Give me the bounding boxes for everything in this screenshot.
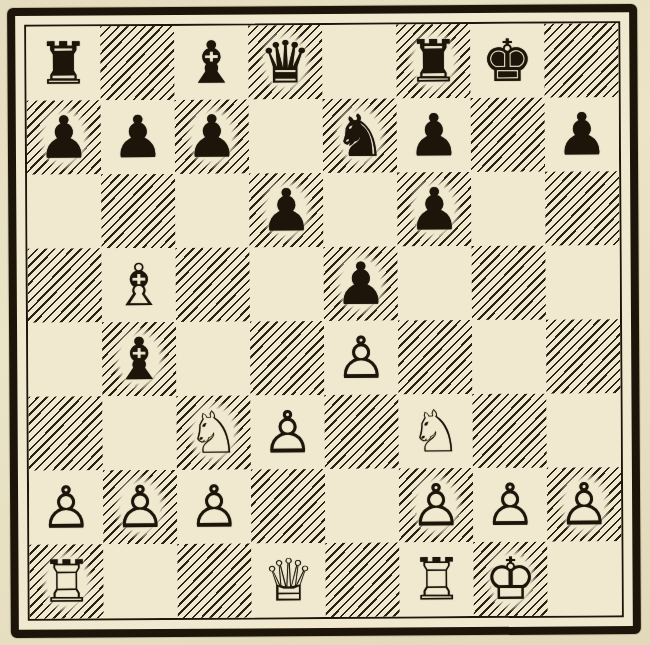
square-e5[interactable]: ♟: [324, 247, 398, 321]
square-e1[interactable]: [325, 543, 399, 617]
white-pawn-piece: ♙: [250, 395, 324, 469]
square-a2[interactable]: ♙: [29, 470, 103, 544]
square-d7[interactable]: [249, 99, 323, 173]
square-d2[interactable]: [251, 469, 325, 543]
square-b3[interactable]: [102, 396, 176, 470]
square-e2[interactable]: [325, 469, 399, 543]
white-rook-piece: ♖: [29, 544, 103, 618]
white-pawn-piece: ♙: [177, 469, 251, 543]
square-h1[interactable]: [547, 541, 621, 615]
square-d8[interactable]: ♛: [248, 25, 322, 99]
square-d3[interactable]: ♙: [250, 395, 324, 469]
black-knight-piece: ♞: [323, 99, 397, 173]
square-h4[interactable]: [546, 319, 620, 393]
black-pawn-piece: ♟: [324, 247, 398, 321]
black-bishop-piece: ♝: [102, 322, 176, 396]
black-pawn-piece: ♟: [397, 172, 471, 246]
square-a8[interactable]: ♜: [26, 26, 100, 100]
square-b8[interactable]: [100, 26, 174, 100]
square-e3[interactable]: [324, 395, 398, 469]
square-a4[interactable]: [28, 322, 102, 396]
square-f1[interactable]: ♖: [399, 542, 473, 616]
white-pawn-piece: ♙: [473, 468, 547, 542]
square-b2[interactable]: ♙: [103, 470, 177, 544]
square-c5[interactable]: [176, 247, 250, 321]
square-g4[interactable]: [472, 320, 546, 394]
white-pawn-piece: ♙: [103, 470, 177, 544]
square-a1[interactable]: ♖: [29, 544, 103, 618]
black-bishop-piece: ♝: [174, 25, 248, 99]
square-b7[interactable]: ♟: [101, 100, 175, 174]
white-pawn-piece: ♙: [29, 470, 103, 544]
square-f7[interactable]: ♟: [397, 98, 471, 172]
square-d5[interactable]: [250, 247, 324, 321]
square-b1[interactable]: [103, 544, 177, 618]
board-inner-border: ♜♝♛♜♚♟♟♟♞♟♟♟♟♗♟♝♙♘♙♘♙♙♙♙♙♙♖♕♖♔: [24, 21, 624, 621]
white-knight-piece: ♘: [176, 395, 250, 469]
white-knight-piece: ♘: [398, 394, 472, 468]
square-a3[interactable]: [28, 396, 102, 470]
white-rook-piece: ♖: [399, 542, 473, 616]
black-pawn-piece: ♟: [101, 100, 175, 174]
white-pawn-piece: ♙: [399, 468, 473, 542]
square-b5[interactable]: ♗: [102, 248, 176, 322]
square-g8[interactable]: ♚: [470, 24, 544, 98]
square-e6[interactable]: [323, 173, 397, 247]
square-h5[interactable]: [546, 245, 620, 319]
black-queen-piece: ♛: [248, 25, 322, 99]
white-king-piece: ♔: [473, 542, 547, 616]
square-h8[interactable]: [544, 23, 618, 97]
white-pawn-piece: ♙: [324, 321, 398, 395]
square-f6[interactable]: ♟: [397, 172, 471, 246]
square-g6[interactable]: [471, 172, 545, 246]
square-d1[interactable]: ♕: [251, 543, 325, 617]
square-g3[interactable]: [472, 394, 546, 468]
square-f8[interactable]: ♜: [396, 24, 470, 98]
square-c8[interactable]: ♝: [174, 25, 248, 99]
square-h3[interactable]: [546, 393, 620, 467]
square-a7[interactable]: ♟: [27, 100, 101, 174]
black-pawn-piece: ♟: [545, 97, 619, 171]
square-d4[interactable]: [250, 321, 324, 395]
black-king-piece: ♚: [470, 24, 544, 98]
square-c3[interactable]: ♘: [176, 395, 250, 469]
square-h7[interactable]: ♟: [545, 97, 619, 171]
black-pawn-piece: ♟: [175, 99, 249, 173]
square-c4[interactable]: [176, 321, 250, 395]
square-e7[interactable]: ♞: [323, 99, 397, 173]
square-h6[interactable]: [545, 171, 619, 245]
white-pawn-piece: ♙: [547, 467, 621, 541]
square-c2[interactable]: ♙: [177, 469, 251, 543]
square-b6[interactable]: [101, 174, 175, 248]
black-pawn-piece: ♟: [249, 173, 323, 247]
square-f2[interactable]: ♙: [399, 468, 473, 542]
square-a6[interactable]: [27, 174, 101, 248]
white-queen-piece: ♕: [251, 543, 325, 617]
board: ♜♝♛♜♚♟♟♟♞♟♟♟♟♗♟♝♙♘♙♘♙♙♙♙♙♙♖♕♖♔: [26, 23, 622, 619]
square-h2[interactable]: ♙: [547, 467, 621, 541]
square-g2[interactable]: ♙: [473, 468, 547, 542]
white-bishop-piece: ♗: [102, 248, 176, 322]
square-g7[interactable]: [471, 98, 545, 172]
square-f5[interactable]: [398, 246, 472, 320]
square-f3[interactable]: ♘: [398, 394, 472, 468]
square-g1[interactable]: ♔: [473, 542, 547, 616]
square-b4[interactable]: ♝: [102, 322, 176, 396]
square-c7[interactable]: ♟: [175, 99, 249, 173]
square-c6[interactable]: [175, 173, 249, 247]
square-d6[interactable]: ♟: [249, 173, 323, 247]
board-frame: ♜♝♛♜♚♟♟♟♞♟♟♟♟♗♟♝♙♘♙♘♙♙♙♙♙♙♖♕♖♔: [7, 4, 641, 638]
black-rook-piece: ♜: [26, 26, 100, 100]
black-pawn-piece: ♟: [27, 100, 101, 174]
square-f4[interactable]: [398, 320, 472, 394]
black-rook-piece: ♜: [396, 24, 470, 98]
square-c1[interactable]: [177, 543, 251, 617]
square-e8[interactable]: [322, 25, 396, 99]
black-pawn-piece: ♟: [397, 98, 471, 172]
square-g5[interactable]: [472, 246, 546, 320]
square-e4[interactable]: ♙: [324, 321, 398, 395]
square-a5[interactable]: [28, 248, 102, 322]
